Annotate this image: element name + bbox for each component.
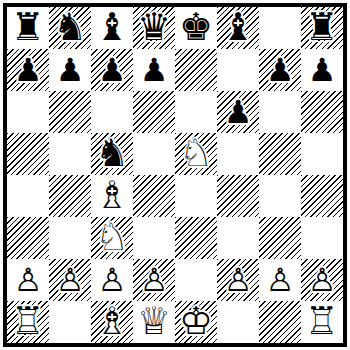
- square-f1[interactable]: [217, 301, 259, 343]
- square-e6[interactable]: [175, 91, 217, 133]
- square-a5[interactable]: [7, 133, 49, 175]
- piece-glyph: ♞: [53, 8, 87, 46]
- piece-glyph: ♟: [140, 54, 169, 86]
- piece-glyph: ♜: [11, 8, 45, 46]
- piece-halo: ♟: [140, 54, 169, 86]
- piece-glyph: ♖: [11, 302, 45, 340]
- square-e7[interactable]: [175, 49, 217, 91]
- square-b3[interactable]: [49, 217, 91, 259]
- piece-halo: ♛: [137, 8, 171, 46]
- piece-halo: ♞: [95, 218, 129, 256]
- square-d1[interactable]: ♛♕: [133, 301, 175, 343]
- piece-glyph: ♛: [137, 8, 171, 46]
- piece-halo: ♟: [266, 264, 295, 296]
- white-knight[interactable]: ♞♘: [91, 217, 133, 259]
- piece-halo: ♞: [95, 134, 129, 172]
- piece-glyph: ♚: [179, 8, 213, 46]
- black-pawn[interactable]: ♟♟: [49, 49, 91, 91]
- white-bishop[interactable]: ♝♗: [91, 175, 133, 217]
- piece-halo: ♚: [179, 302, 213, 340]
- square-e4[interactable]: [175, 175, 217, 217]
- square-c2[interactable]: ♟♙: [91, 259, 133, 301]
- piece-glyph: ♝: [95, 8, 129, 46]
- white-pawn[interactable]: ♟♙: [91, 259, 133, 301]
- square-a8[interactable]: ♜♜: [7, 7, 49, 49]
- white-pawn[interactable]: ♟♙: [259, 259, 301, 301]
- square-f4[interactable]: [217, 175, 259, 217]
- piece-glyph: ♕: [137, 302, 171, 340]
- white-rook[interactable]: ♜♖: [301, 301, 343, 343]
- square-b8[interactable]: ♞♞: [49, 7, 91, 49]
- square-g7[interactable]: ♟♟: [259, 49, 301, 91]
- piece-glyph: ♘: [95, 218, 129, 256]
- square-d6[interactable]: [133, 91, 175, 133]
- square-e3[interactable]: [175, 217, 217, 259]
- square-f7[interactable]: [217, 49, 259, 91]
- white-bishop[interactable]: ♝♗: [91, 301, 133, 343]
- square-h2[interactable]: ♟♙: [301, 259, 343, 301]
- black-pawn[interactable]: ♟♟: [91, 49, 133, 91]
- square-b6[interactable]: [49, 91, 91, 133]
- square-f6[interactable]: ♟♟: [217, 91, 259, 133]
- square-c7[interactable]: ♟♟: [91, 49, 133, 91]
- square-h7[interactable]: ♟♟: [301, 49, 343, 91]
- square-b7[interactable]: ♟♟: [49, 49, 91, 91]
- board-frame: ♜♜♞♞♝♝♛♛♚♚♝♝♜♜♟♟♟♟♟♟♟♟♟♟♟♟♟♟♞♞♞♘♝♗♞♘♟♙♟♙…: [3, 3, 347, 347]
- white-pawn[interactable]: ♟♙: [49, 259, 91, 301]
- square-g1[interactable]: [259, 301, 301, 343]
- piece-glyph: ♟: [98, 54, 127, 86]
- piece-halo: ♟: [56, 264, 85, 296]
- square-a2[interactable]: ♟♙: [7, 259, 49, 301]
- piece-halo: ♟: [14, 54, 43, 86]
- white-knight[interactable]: ♞♘: [175, 133, 217, 175]
- black-pawn[interactable]: ♟♟: [217, 91, 259, 133]
- square-f2[interactable]: ♟♙: [217, 259, 259, 301]
- chess-board: ♜♜♞♞♝♝♛♛♚♚♝♝♜♜♟♟♟♟♟♟♟♟♟♟♟♟♟♟♞♞♞♘♝♗♞♘♟♙♟♙…: [7, 7, 343, 343]
- square-d5[interactable]: [133, 133, 175, 175]
- square-d2[interactable]: ♟♙: [133, 259, 175, 301]
- square-c8[interactable]: ♝♝: [91, 7, 133, 49]
- square-e8[interactable]: ♚♚: [175, 7, 217, 49]
- piece-halo: ♟: [140, 264, 169, 296]
- piece-glyph: ♝: [221, 8, 255, 46]
- white-rook[interactable]: ♜♖: [7, 301, 49, 343]
- piece-glyph: ♜: [305, 8, 339, 46]
- piece-glyph: ♙: [224, 264, 253, 296]
- piece-glyph: ♞: [95, 134, 129, 172]
- square-c3[interactable]: ♞♘: [91, 217, 133, 259]
- black-pawn[interactable]: ♟♟: [301, 49, 343, 91]
- black-queen[interactable]: ♛♛: [133, 7, 175, 49]
- square-c4[interactable]: ♝♗: [91, 175, 133, 217]
- piece-halo: ♝: [221, 8, 255, 46]
- square-f3[interactable]: [217, 217, 259, 259]
- square-a6[interactable]: [7, 91, 49, 133]
- square-h3[interactable]: [301, 217, 343, 259]
- piece-halo: ♝: [95, 8, 129, 46]
- square-b1[interactable]: [49, 301, 91, 343]
- piece-glyph: ♙: [56, 264, 85, 296]
- square-a4[interactable]: [7, 175, 49, 217]
- black-pawn[interactable]: ♟♟: [7, 49, 49, 91]
- square-f5[interactable]: [217, 133, 259, 175]
- white-king[interactable]: ♚♔: [175, 301, 217, 343]
- square-g6[interactable]: [259, 91, 301, 133]
- square-d4[interactable]: [133, 175, 175, 217]
- black-pawn[interactable]: ♟♟: [259, 49, 301, 91]
- square-h5[interactable]: [301, 133, 343, 175]
- piece-halo: ♟: [14, 264, 43, 296]
- piece-glyph: ♙: [14, 264, 43, 296]
- piece-glyph: ♘: [179, 134, 213, 172]
- square-a3[interactable]: [7, 217, 49, 259]
- square-b5[interactable]: [49, 133, 91, 175]
- piece-halo: ♟: [308, 264, 337, 296]
- white-pawn[interactable]: ♟♙: [133, 259, 175, 301]
- square-h4[interactable]: [301, 175, 343, 217]
- black-bishop[interactable]: ♝♝: [217, 7, 259, 49]
- square-g3[interactable]: [259, 217, 301, 259]
- square-g8[interactable]: [259, 7, 301, 49]
- piece-halo: ♞: [179, 134, 213, 172]
- square-c1[interactable]: ♝♗: [91, 301, 133, 343]
- piece-glyph: ♔: [179, 302, 213, 340]
- piece-halo: ♜: [11, 302, 45, 340]
- square-c5[interactable]: ♞♞: [91, 133, 133, 175]
- piece-halo: ♟: [98, 264, 127, 296]
- square-e2[interactable]: [175, 259, 217, 301]
- piece-glyph: ♙: [308, 264, 337, 296]
- chess-diagram: ♜♜♞♞♝♝♛♛♚♚♝♝♜♜♟♟♟♟♟♟♟♟♟♟♟♟♟♟♞♞♞♘♝♗♞♘♟♙♟♙…: [0, 0, 350, 350]
- piece-glyph: ♙: [266, 264, 295, 296]
- piece-halo: ♟: [98, 54, 127, 86]
- square-g2[interactable]: ♟♙: [259, 259, 301, 301]
- piece-glyph: ♟: [56, 54, 85, 86]
- square-a7[interactable]: ♟♟: [7, 49, 49, 91]
- black-pawn[interactable]: ♟♟: [133, 49, 175, 91]
- square-e1[interactable]: ♚♔: [175, 301, 217, 343]
- square-g5[interactable]: [259, 133, 301, 175]
- piece-halo: ♞: [53, 8, 87, 46]
- piece-glyph: ♗: [95, 176, 129, 214]
- square-g4[interactable]: [259, 175, 301, 217]
- square-e5[interactable]: ♞♘: [175, 133, 217, 175]
- piece-halo: ♟: [56, 54, 85, 86]
- piece-halo: ♛: [137, 302, 171, 340]
- piece-halo: ♝: [95, 176, 129, 214]
- square-d8[interactable]: ♛♛: [133, 7, 175, 49]
- piece-glyph: ♟: [224, 96, 253, 128]
- square-b2[interactable]: ♟♙: [49, 259, 91, 301]
- piece-glyph: ♟: [308, 54, 337, 86]
- black-rook[interactable]: ♜♜: [7, 7, 49, 49]
- piece-glyph: ♗: [95, 302, 129, 340]
- white-pawn[interactable]: ♟♙: [217, 259, 259, 301]
- white-queen[interactable]: ♛♕: [133, 301, 175, 343]
- white-pawn[interactable]: ♟♙: [7, 259, 49, 301]
- square-c6[interactable]: [91, 91, 133, 133]
- piece-halo: ♟: [308, 54, 337, 86]
- square-h8[interactable]: ♜♜: [301, 7, 343, 49]
- white-pawn[interactable]: ♟♙: [301, 259, 343, 301]
- black-rook[interactable]: ♜♜: [301, 7, 343, 49]
- piece-glyph: ♖: [305, 302, 339, 340]
- piece-glyph: ♟: [14, 54, 43, 86]
- piece-halo: ♜: [305, 302, 339, 340]
- piece-halo: ♝: [95, 302, 129, 340]
- black-knight[interactable]: ♞♞: [49, 7, 91, 49]
- piece-glyph: ♙: [98, 264, 127, 296]
- black-knight[interactable]: ♞♞: [91, 133, 133, 175]
- piece-halo: ♟: [224, 264, 253, 296]
- piece-halo: ♜: [305, 8, 339, 46]
- piece-halo: ♟: [224, 96, 253, 128]
- square-d7[interactable]: ♟♟: [133, 49, 175, 91]
- piece-glyph: ♟: [266, 54, 295, 86]
- piece-glyph: ♙: [140, 264, 169, 296]
- square-f8[interactable]: ♝♝: [217, 7, 259, 49]
- piece-halo: ♚: [179, 8, 213, 46]
- black-king[interactable]: ♚♚: [175, 7, 217, 49]
- piece-halo: ♜: [11, 8, 45, 46]
- square-d3[interactable]: [133, 217, 175, 259]
- square-h6[interactable]: [301, 91, 343, 133]
- square-a1[interactable]: ♜♖: [7, 301, 49, 343]
- piece-halo: ♟: [266, 54, 295, 86]
- black-bishop[interactable]: ♝♝: [91, 7, 133, 49]
- square-b4[interactable]: [49, 175, 91, 217]
- square-h1[interactable]: ♜♖: [301, 301, 343, 343]
